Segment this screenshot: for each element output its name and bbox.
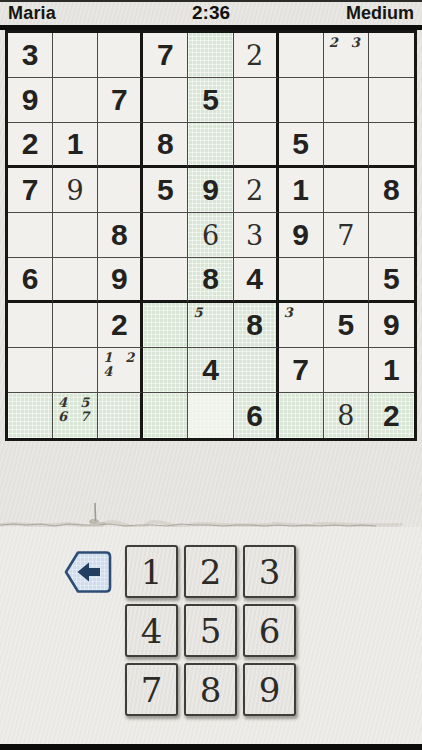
cell-r1c7[interactable] — [279, 33, 324, 78]
entry-digit: 8 — [337, 402, 354, 429]
cell-r2c3[interactable]: 7 — [98, 78, 143, 123]
cell-r1c5[interactable] — [188, 33, 233, 78]
cell-r9c2[interactable]: 4567 — [53, 393, 98, 438]
pencil-line: 4 — [103, 365, 140, 379]
given-digit: 5 — [383, 264, 400, 294]
cell-r1c4[interactable]: 7 — [143, 33, 188, 78]
key-4[interactable]: 4 — [125, 604, 178, 657]
cell-r8c4[interactable] — [143, 348, 188, 393]
cell-r5c3[interactable]: 8 — [98, 213, 143, 258]
pencil-marks: 5 — [188, 303, 232, 320]
cell-r2c2[interactable] — [53, 78, 98, 123]
cell-r5c8[interactable]: 7 — [324, 213, 369, 258]
key-3[interactable]: 3 — [243, 545, 296, 598]
entry-digit: 2 — [246, 42, 263, 69]
left-arrow-icon — [64, 549, 114, 595]
cell-r4c7[interactable]: 1 — [279, 168, 324, 213]
given-digit: 1 — [292, 175, 309, 205]
cell-r5c1[interactable] — [8, 213, 53, 258]
given-digit: 8 — [202, 264, 219, 294]
cell-r7c8[interactable]: 5 — [324, 303, 369, 348]
given-digit: 7 — [292, 355, 309, 385]
cell-r7c7[interactable]: 3 — [279, 303, 324, 348]
cell-r6c9[interactable]: 5 — [369, 258, 414, 303]
cell-r7c3[interactable]: 2 — [98, 303, 143, 348]
key-9[interactable]: 9 — [243, 663, 296, 716]
given-digit: 2 — [22, 129, 39, 159]
cell-r2c1[interactable]: 9 — [8, 78, 53, 123]
given-digit: 2 — [383, 401, 400, 431]
entry-digit: 6 — [202, 222, 219, 249]
cell-r4c2[interactable]: 9 — [53, 168, 98, 213]
cell-r7c2[interactable] — [53, 303, 98, 348]
given-digit: 3 — [22, 40, 39, 70]
cell-r6c5[interactable]: 8 — [188, 258, 233, 303]
given-digit: 6 — [246, 401, 263, 431]
pencil-marks: 4567 — [53, 393, 97, 424]
cell-r3c7[interactable]: 5 — [279, 123, 324, 168]
cell-r7c5[interactable]: 5 — [188, 303, 233, 348]
pencil-line: 23 — [329, 36, 368, 50]
cell-r5c5[interactable]: 6 — [188, 213, 233, 258]
given-digit: 7 — [111, 85, 128, 115]
cell-r4c1[interactable]: 7 — [8, 168, 53, 213]
cell-r5c6[interactable]: 3 — [234, 213, 279, 258]
pencil-line: 5 — [193, 306, 232, 320]
cell-r3c4[interactable]: 8 — [143, 123, 188, 168]
cell-r4c3[interactable] — [98, 168, 143, 213]
given-digit: 5 — [337, 310, 354, 340]
pencil-marks: 3 — [279, 303, 323, 320]
cell-r2c5[interactable]: 5 — [188, 78, 233, 123]
cell-r7c6[interactable]: 8 — [234, 303, 279, 348]
cell-r3c3[interactable] — [98, 123, 143, 168]
cell-r2c7[interactable] — [279, 78, 324, 123]
cell-r5c7[interactable]: 9 — [279, 213, 324, 258]
cell-r3c8[interactable] — [324, 123, 369, 168]
undo-button[interactable] — [64, 549, 114, 595]
key-8[interactable]: 8 — [184, 663, 237, 716]
key-6[interactable]: 6 — [243, 604, 296, 657]
pencil-line: 67 — [58, 410, 97, 424]
cell-r8c8[interactable] — [324, 348, 369, 393]
key-5[interactable]: 5 — [184, 604, 237, 657]
cell-r7c4[interactable] — [143, 303, 188, 348]
cell-r8c3[interactable]: 124 — [98, 348, 143, 393]
cell-r1c3[interactable] — [98, 33, 143, 78]
cell-r5c4[interactable] — [143, 213, 188, 258]
cell-r3c9[interactable] — [369, 123, 414, 168]
cell-r2c8[interactable] — [324, 78, 369, 123]
cell-r2c6[interactable] — [234, 78, 279, 123]
cell-r3c5[interactable] — [188, 123, 233, 168]
given-digit: 9 — [383, 310, 400, 340]
cell-r2c9[interactable] — [369, 78, 414, 123]
key-7[interactable]: 7 — [125, 663, 178, 716]
key-1[interactable]: 1 — [125, 545, 178, 598]
cell-r9c6[interactable]: 6 — [234, 393, 279, 438]
given-digit: 6 — [22, 264, 39, 294]
given-digit: 9 — [292, 220, 309, 250]
given-digit: 4 — [246, 264, 263, 294]
pencil-line: 45 — [58, 396, 97, 410]
cell-r9c5[interactable] — [188, 393, 233, 438]
cell-r1c2[interactable] — [53, 33, 98, 78]
cell-r8c1[interactable] — [8, 348, 53, 393]
given-digit: 9 — [22, 85, 39, 115]
pencil-marks: 23 — [324, 33, 368, 50]
key-2[interactable]: 2 — [184, 545, 237, 598]
entry-digit: 7 — [337, 222, 354, 249]
given-digit: 5 — [157, 175, 174, 205]
cell-r4c8[interactable] — [324, 168, 369, 213]
cell-r9c7[interactable] — [279, 393, 324, 438]
cell-r6c6[interactable]: 4 — [234, 258, 279, 303]
given-digit: 8 — [111, 220, 128, 250]
given-digit: 7 — [22, 175, 39, 205]
cell-r5c9[interactable] — [369, 213, 414, 258]
cell-r8c2[interactable] — [53, 348, 98, 393]
cell-r2c4[interactable] — [143, 78, 188, 123]
given-digit: 8 — [383, 175, 400, 205]
cell-r7c9[interactable]: 9 — [369, 303, 414, 348]
cell-r4c6[interactable]: 2 — [234, 168, 279, 213]
given-digit: 4 — [202, 355, 219, 385]
cell-r9c8[interactable]: 8 — [324, 393, 369, 438]
cell-r6c1[interactable]: 6 — [8, 258, 53, 303]
cell-r1c6[interactable]: 2 — [234, 33, 279, 78]
app-frame: Maria 2:36 Medium 3722397521857959218863… — [0, 0, 422, 750]
cell-r1c8[interactable]: 23 — [324, 33, 369, 78]
pencil-line: 3 — [284, 306, 323, 320]
entry-digit: 9 — [67, 177, 84, 204]
cell-r4c5[interactable]: 9 — [188, 168, 233, 213]
entry-digit: 2 — [246, 177, 263, 204]
cell-r7c1[interactable] — [8, 303, 53, 348]
given-digit: 1 — [383, 355, 400, 385]
given-digit: 7 — [157, 40, 174, 70]
cell-r9c3[interactable] — [98, 393, 143, 438]
cell-r3c2[interactable]: 1 — [53, 123, 98, 168]
given-digit: 1 — [67, 129, 84, 159]
cell-r6c4[interactable] — [143, 258, 188, 303]
cell-r8c5[interactable]: 4 — [188, 348, 233, 393]
given-digit: 9 — [202, 175, 219, 205]
cell-r3c1[interactable]: 2 — [8, 123, 53, 168]
given-digit: 8 — [246, 310, 263, 340]
given-digit: 9 — [111, 264, 128, 294]
cell-r6c3[interactable]: 9 — [98, 258, 143, 303]
given-digit: 8 — [157, 129, 174, 159]
cell-r6c8[interactable] — [324, 258, 369, 303]
sudoku-grid: 3722397521857959218863976984525835912447… — [5, 30, 417, 441]
cell-r9c1[interactable] — [8, 393, 53, 438]
cell-r8c7[interactable]: 7 — [279, 348, 324, 393]
cell-r9c9[interactable]: 2 — [369, 393, 414, 438]
header: Maria 2:36 Medium — [0, 2, 422, 25]
cell-r5c2[interactable] — [53, 213, 98, 258]
cell-r6c7[interactable] — [279, 258, 324, 303]
entry-digit: 3 — [246, 222, 263, 249]
cell-r1c9[interactable] — [369, 33, 414, 78]
cell-r8c9[interactable]: 1 — [369, 348, 414, 393]
cell-r1c1[interactable]: 3 — [8, 33, 53, 78]
player-name-label: Maria — [8, 3, 56, 24]
cell-r9c4[interactable] — [143, 393, 188, 438]
given-digit: 5 — [202, 85, 219, 115]
cell-r3c6[interactable] — [234, 123, 279, 168]
timer-label: 2:36 — [192, 2, 230, 24]
given-digit: 2 — [111, 310, 128, 340]
pencil-line: 12 — [103, 351, 140, 365]
cell-r4c4[interactable]: 5 — [143, 168, 188, 213]
given-digit: 5 — [292, 129, 309, 159]
bottom-edge-bar — [0, 744, 422, 750]
cell-r4c9[interactable]: 8 — [369, 168, 414, 213]
difficulty-label: Medium — [346, 3, 414, 24]
number-keypad: 123456789 — [125, 545, 296, 716]
pencil-marks: 124 — [98, 348, 140, 379]
cell-r8c6[interactable] — [234, 348, 279, 393]
cell-r6c2[interactable] — [53, 258, 98, 303]
